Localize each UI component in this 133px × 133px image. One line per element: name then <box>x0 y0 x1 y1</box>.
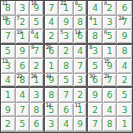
cell-digit: 3 <box>77 75 83 85</box>
cell-digit: 4 <box>92 3 98 13</box>
cell-r9c5[interactable]: 4 <box>59 117 74 132</box>
cell-r1c1[interactable]: 118 <box>1 1 16 16</box>
cell-r4c9[interactable]: 8 <box>117 45 132 60</box>
cell-digit: 7 <box>19 105 25 115</box>
cage-sum: 16 <box>31 1 36 6</box>
cell-digit: 2 <box>5 119 11 129</box>
cell-r2c8[interactable]: 3 <box>103 16 118 31</box>
cell-r8c8[interactable]: 4 <box>103 103 118 118</box>
cell-r1c2[interactable]: 3 <box>16 1 31 16</box>
cell-r9c7[interactable]: 7 <box>88 117 103 132</box>
cell-r1c7[interactable]: 4 <box>88 1 103 16</box>
cell-digit: 9 <box>19 46 25 56</box>
cell-r2c7[interactable]: 41 <box>88 16 103 31</box>
cell-r3c7[interactable]: 8 <box>88 30 103 45</box>
cell-digit: 5 <box>77 3 83 13</box>
cell-digit: 9 <box>63 17 69 27</box>
cell-digit: 7 <box>34 46 40 56</box>
cell-r9c9[interactable]: 1 <box>117 117 132 132</box>
cell-digit: 2 <box>19 17 25 27</box>
cell-r3c4[interactable]: 2 <box>45 30 60 45</box>
cell-digit: 7 <box>49 3 55 13</box>
cell-r8c5[interactable]: 6 <box>59 103 74 118</box>
cell-r5c6[interactable]: 7 <box>74 59 89 74</box>
cell-digit: 9 <box>77 119 83 129</box>
cell-digit: 5 <box>92 61 98 71</box>
cell-digit: 3 <box>19 3 25 13</box>
cell-digit: 8 <box>49 90 55 100</box>
cell-digit: 4 <box>49 17 55 27</box>
cell-digit: 8 <box>34 105 40 115</box>
cell-r6c1[interactable]: 4 <box>1 74 16 89</box>
cell-digit: 7 <box>92 119 98 129</box>
cell-digit: 8 <box>107 119 113 129</box>
cell-digit: 1 <box>107 46 113 56</box>
cell-r8c2[interactable]: 7 <box>16 103 31 118</box>
cage-sum: 8 <box>89 45 92 50</box>
cell-digit: 7 <box>5 31 11 41</box>
cell-digit: 1 <box>92 17 98 27</box>
cell-r3c8[interactable]: 65 <box>103 30 118 45</box>
cell-digit: 2 <box>92 105 98 115</box>
cage-sum: 15 <box>104 59 109 64</box>
cell-r9c2[interactable]: 5 <box>16 117 31 132</box>
cell-r2c2[interactable]: 72 <box>16 16 31 31</box>
cell-digit: 4 <box>122 61 128 71</box>
cell-digit: 5 <box>63 75 69 85</box>
cell-r1c6[interactable]: 95 <box>74 1 89 16</box>
cell-r8c4[interactable]: 145 <box>45 103 60 118</box>
cell-digit: 1 <box>122 119 128 129</box>
cell-digit: 2 <box>107 3 113 13</box>
cage-sum: 24 <box>118 16 123 21</box>
cell-digit: 8 <box>77 17 83 27</box>
cage-sum: 6 <box>31 30 34 35</box>
cell-r3c9[interactable]: 9 <box>117 30 132 45</box>
cell-r6c4[interactable]: 449 <box>45 74 60 89</box>
cell-r6c5[interactable]: 5 <box>59 74 74 89</box>
cell-r7c7[interactable]: 9 <box>88 88 103 103</box>
cell-digit: 3 <box>63 31 69 41</box>
cell-digit: 4 <box>19 90 25 100</box>
cell-r9c4[interactable]: 3 <box>45 117 60 132</box>
cell-digit: 3 <box>107 17 113 27</box>
cell-r6c7[interactable]: 306 <box>88 74 103 89</box>
cage-sum: 14 <box>46 103 51 108</box>
cage-sum: 5 <box>60 30 63 35</box>
cage-sum: 18 <box>2 16 7 21</box>
cage-sum: 10 <box>17 30 22 35</box>
cage-sum: 22 <box>17 74 22 79</box>
cage-sum: 26 <box>46 45 51 50</box>
cell-r7c4[interactable]: 8 <box>45 88 60 103</box>
cell-digit: 4 <box>63 119 69 129</box>
cell-r9c6[interactable]: 9 <box>74 117 89 132</box>
cell-digit: 2 <box>49 31 55 41</box>
cell-r1c3[interactable]: 169 <box>30 1 45 16</box>
cage-sum: 30 <box>89 74 94 79</box>
cell-r7c2[interactable]: 4 <box>16 88 31 103</box>
cell-r4c7[interactable]: 83 <box>88 45 103 60</box>
cell-r9c3[interactable]: 6 <box>30 117 45 132</box>
cell-r5c4[interactable]: 1 <box>45 59 60 74</box>
cell-r6c9[interactable]: 2 <box>117 74 132 89</box>
cell-digit: 1 <box>5 90 11 100</box>
cell-digit: 5 <box>34 17 40 27</box>
cell-digit: 8 <box>63 61 69 71</box>
cell-digit: 8 <box>122 46 128 56</box>
cell-r7c5[interactable]: 7 <box>59 88 74 103</box>
cell-digit: 5 <box>122 90 128 100</box>
cell-r9c1[interactable]: 2 <box>1 117 16 132</box>
cell-r8c1[interactable]: 9 <box>1 103 16 118</box>
cell-digit: 2 <box>63 46 69 56</box>
cell-r5c7[interactable]: 5 <box>88 59 103 74</box>
cell-digit: 1 <box>49 61 55 71</box>
cell-r1c9[interactable]: 6 <box>117 1 132 16</box>
cell-r2c4[interactable]: 4 <box>45 16 60 31</box>
cage-sum: 13 <box>2 59 7 64</box>
cell-r8c6[interactable]: 171 <box>74 103 89 118</box>
cell-digit: 6 <box>107 90 113 100</box>
cell-r5c2[interactable]: 6 <box>16 59 31 74</box>
cell-digit: 4 <box>34 31 40 41</box>
cell-r9c8[interactable]: 8 <box>103 117 118 132</box>
cell-r4c3[interactable]: 97 <box>30 45 45 60</box>
cell-r8c3[interactable]: 8 <box>30 103 45 118</box>
cell-r1c5[interactable]: 221 <box>59 1 74 16</box>
cell-digit: 6 <box>63 105 69 115</box>
cell-digit: 4 <box>107 105 113 115</box>
cell-r5c8[interactable]: 159 <box>103 59 118 74</box>
cell-digit: 4 <box>77 46 83 56</box>
cell-r7c8[interactable]: 6 <box>103 88 118 103</box>
cage-sum: 22 <box>60 1 65 6</box>
cell-r3c3[interactable]: 64 <box>30 30 45 45</box>
cage-sum: 14 <box>75 30 80 35</box>
cell-digit: 7 <box>77 61 83 71</box>
cell-r3c6[interactable]: 146 <box>74 30 89 45</box>
cell-r4c8[interactable]: 1 <box>103 45 118 60</box>
cell-r7c1[interactable]: 1 <box>1 88 16 103</box>
cell-r5c3[interactable]: 2 <box>30 59 45 74</box>
killer-sudoku-board: 1183169722195482618672549841324771016425… <box>0 0 133 133</box>
cell-digit: 3 <box>34 90 40 100</box>
cage-sum: 17 <box>75 103 80 108</box>
cell-r7c6[interactable]: 2 <box>74 88 89 103</box>
cell-digit: 5 <box>5 46 11 56</box>
cell-r4c6[interactable]: 4 <box>74 45 89 60</box>
cell-r2c9[interactable]: 247 <box>117 16 132 31</box>
cage-sum: 4 <box>89 16 92 21</box>
cell-r2c3[interactable]: 5 <box>30 16 45 31</box>
cell-r1c4[interactable]: 7 <box>45 1 60 16</box>
cell-digit: 3 <box>92 46 98 56</box>
cell-digit: 3 <box>122 105 128 115</box>
cell-digit: 6 <box>19 61 25 71</box>
cell-digit: 3 <box>49 119 55 129</box>
cell-digit: 5 <box>19 119 25 129</box>
cell-digit: 6 <box>122 3 128 13</box>
cell-r6c8[interactable]: 217 <box>103 74 118 89</box>
cell-digit: 2 <box>34 61 40 71</box>
cell-r6c6[interactable]: 3 <box>74 74 89 89</box>
cell-r3c2[interactable]: 101 <box>16 30 31 45</box>
cell-r2c1[interactable]: 186 <box>1 16 16 31</box>
cage-sum: 9 <box>31 45 34 50</box>
cell-digit: 2 <box>77 90 83 100</box>
cell-r5c9[interactable]: 4 <box>117 59 132 74</box>
cell-r2c5[interactable]: 9 <box>59 16 74 31</box>
cell-r7c9[interactable]: 5 <box>117 88 132 103</box>
cage-sum: 11 <box>2 1 7 6</box>
cell-r2c6[interactable]: 8 <box>74 16 89 31</box>
cage-sum: 26 <box>31 74 36 79</box>
cell-r3c1[interactable]: 7 <box>1 30 16 45</box>
cage-sum: 6 <box>104 30 107 35</box>
cell-digit: 9 <box>92 90 98 100</box>
cell-r7c3[interactable]: 3 <box>30 88 45 103</box>
cage-sum: 9 <box>75 1 78 6</box>
cell-digit: 8 <box>92 31 98 41</box>
cell-digit: 7 <box>63 90 69 100</box>
cell-r1c8[interactable]: 82 <box>103 1 118 16</box>
cell-r4c4[interactable]: 266 <box>45 45 60 60</box>
cell-r8c7[interactable]: 2 <box>88 103 103 118</box>
cell-digit: 6 <box>34 119 40 129</box>
cage-sum: 21 <box>104 74 109 79</box>
cage-sum: 8 <box>104 1 107 6</box>
cell-r6c2[interactable]: 228 <box>16 74 31 89</box>
cell-r6c3[interactable]: 261 <box>30 74 45 89</box>
cell-digit: 4 <box>5 75 11 85</box>
cage-sum: 44 <box>46 74 51 79</box>
cell-digit: 5 <box>107 31 113 41</box>
cell-r4c5[interactable]: 2 <box>59 45 74 60</box>
cell-r5c5[interactable]: 8 <box>59 59 74 74</box>
cell-digit: 9 <box>5 105 11 115</box>
cell-digit: 2 <box>122 75 128 85</box>
cell-r8c9[interactable]: 3 <box>117 103 132 118</box>
cell-r3c5[interactable]: 53 <box>59 30 74 45</box>
cell-digit: 9 <box>122 31 128 41</box>
cell-r4c2[interactable]: 9 <box>16 45 31 60</box>
cell-r4c1[interactable]: 5 <box>1 45 16 60</box>
cage-sum: 7 <box>17 16 20 21</box>
cell-r5c1[interactable]: 133 <box>1 59 16 74</box>
